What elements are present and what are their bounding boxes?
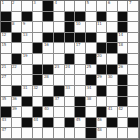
black-cell-r1c5 [43, 1, 54, 12]
cell-r13c5[interactable] [43, 128, 54, 139]
clue-number: 26 [118, 65, 123, 69]
cell-r5c5[interactable]: 16 [43, 43, 54, 54]
clue-number: 32 [33, 86, 38, 90]
cell-r2c11[interactable] [107, 12, 118, 23]
black-cell-r5c4 [33, 43, 44, 54]
cell-r10c6[interactable]: 37 [54, 97, 65, 108]
cell-r13c4[interactable] [33, 128, 44, 139]
black-cell-r4c2 [12, 33, 23, 44]
cell-r3c5[interactable] [43, 22, 54, 33]
cell-r2c4[interactable] [33, 12, 44, 23]
clue-number: 5 [86, 1, 88, 5]
cell-r5c8[interactable]: 17 [75, 43, 86, 54]
cell-r8c6[interactable] [54, 75, 65, 86]
cell-r11c6[interactable] [54, 107, 65, 118]
cell-r3c4[interactable] [33, 22, 44, 33]
clue-number: 23 [55, 65, 60, 69]
cell-r1c11[interactable]: 6 [107, 1, 118, 12]
cell-r1c10[interactable] [97, 1, 108, 12]
cell-r5c2[interactable] [12, 43, 23, 54]
cell-r1c6[interactable]: 4 [54, 1, 65, 12]
cell-r10c10[interactable] [97, 97, 108, 108]
cell-r9c7[interactable]: 33 [65, 86, 76, 97]
black-cell-r2c7 [65, 12, 76, 23]
clue-number: 46 [97, 118, 102, 122]
cell-r7c9[interactable]: 25 [86, 65, 97, 76]
clue-number: 8 [12, 22, 14, 26]
cell-r13c6[interactable] [54, 128, 65, 139]
cell-r11c2[interactable]: 39 [12, 107, 23, 118]
cell-r9c8[interactable] [75, 86, 86, 97]
clue-number: 12 [2, 33, 7, 37]
cell-r1c2[interactable]: 2 [12, 1, 23, 12]
black-cell-r4c9 [86, 33, 97, 44]
clue-number: 2 [12, 1, 14, 5]
clue-number: 40 [44, 107, 49, 111]
clue-number: 9 [23, 22, 25, 26]
black-cell-r12c11 [107, 118, 118, 129]
cell-r12c4[interactable]: 44 [33, 118, 44, 129]
clue-number: 27 [2, 75, 7, 79]
clue-number: 35 [2, 97, 7, 101]
black-cell-r4c11 [107, 33, 118, 44]
clue-number: 37 [55, 97, 60, 101]
clue-number: 28 [44, 75, 49, 79]
crossword-grid: 1234567891011121314151617181920212223242… [0, 0, 140, 140]
black-cell-r4c6 [54, 33, 65, 44]
clue-number: 48 [97, 128, 102, 132]
cell-r9c3[interactable]: 31 [22, 86, 33, 97]
cell-r11c13[interactable] [128, 107, 139, 118]
cell-r6c3[interactable]: 19 [22, 54, 33, 65]
cell-r13c10[interactable]: 48 [97, 128, 108, 139]
cell-r11c7[interactable] [65, 107, 76, 118]
cell-r2c9[interactable] [86, 12, 97, 23]
cell-r2c6[interactable] [54, 12, 65, 23]
cell-r13c7[interactable] [65, 128, 76, 139]
clue-number: 30 [108, 75, 113, 79]
clue-number: 7 [129, 1, 131, 5]
clue-number: 39 [12, 107, 17, 111]
cell-r3c8[interactable]: 10 [75, 22, 86, 33]
clue-number: 43 [2, 118, 7, 122]
cell-r6c10[interactable]: 20 [97, 54, 108, 65]
cell-r5c1[interactable]: 15 [1, 43, 12, 54]
clue-number: 44 [33, 118, 38, 122]
black-cell-r7c4 [33, 65, 44, 76]
cell-r13c2[interactable] [12, 128, 23, 139]
cell-r10c4[interactable] [33, 97, 44, 108]
cell-r6c5[interactable] [43, 54, 54, 65]
clue-number: 16 [44, 43, 49, 47]
clue-number: 47 [2, 128, 7, 132]
cell-r7c12[interactable]: 26 [118, 65, 129, 76]
cell-r9c13[interactable] [128, 86, 139, 97]
cell-r11c11[interactable]: 41 [107, 107, 118, 118]
cell-r9c1[interactable] [1, 86, 12, 97]
cell-r7c6[interactable]: 23 [54, 65, 65, 76]
cell-r5c12[interactable]: 18 [118, 43, 129, 54]
clue-number: 17 [76, 43, 81, 47]
cell-r10c7[interactable] [65, 97, 76, 108]
cell-r4c4[interactable] [33, 33, 44, 44]
clue-number: 10 [76, 22, 81, 26]
cell-r9c9[interactable]: 34 [86, 86, 97, 97]
cell-r6c8[interactable] [75, 54, 86, 65]
cell-r5c13[interactable] [128, 43, 139, 54]
black-cell-r8c12 [118, 75, 129, 86]
clue-number: 24 [65, 65, 70, 69]
black-cell-r3c7 [65, 22, 76, 33]
clue-number: 6 [108, 1, 110, 5]
clue-number: 33 [65, 86, 70, 90]
cell-r3c11[interactable] [107, 22, 118, 33]
clue-number: 36 [12, 97, 17, 101]
cell-r13c3[interactable] [22, 128, 33, 139]
clue-number: 29 [97, 75, 102, 79]
cell-r9c4[interactable]: 32 [33, 86, 44, 97]
cell-r3c6[interactable] [54, 22, 65, 33]
cell-r2c13[interactable] [128, 12, 139, 23]
clue-number: 11 [97, 22, 102, 26]
cell-r12c8[interactable]: 45 [75, 118, 86, 129]
cell-r10c13[interactable] [128, 97, 139, 108]
black-cell-r9c2 [12, 86, 23, 97]
clue-number: 3 [33, 1, 35, 5]
black-cell-r9c12 [118, 86, 129, 97]
cell-r11c3[interactable] [22, 107, 33, 118]
cell-r13c13[interactable] [128, 128, 139, 139]
cell-r8c1[interactable]: 27 [1, 75, 12, 86]
cell-r7c8[interactable] [75, 65, 86, 76]
clue-number: 45 [76, 118, 81, 122]
cell-r8c13[interactable] [128, 75, 139, 86]
cell-r12c2[interactable] [12, 118, 23, 129]
cell-r6c13[interactable] [128, 54, 139, 65]
cell-r12c12[interactable] [118, 118, 129, 129]
cell-r6c4[interactable] [33, 54, 44, 65]
clue-number: 13 [23, 33, 28, 37]
cell-r10c9[interactable]: 38 [86, 97, 97, 108]
clue-number: 25 [86, 65, 91, 69]
cell-r11c9[interactable] [86, 107, 97, 118]
black-cell-r10c3 [22, 97, 33, 108]
clue-number: 34 [86, 86, 91, 90]
cell-r9c5[interactable] [43, 86, 54, 97]
black-cell-r12c5 [43, 118, 54, 129]
clue-number: 18 [118, 43, 123, 47]
cell-r1c13[interactable]: 7 [128, 1, 139, 12]
cell-r5c9[interactable] [86, 43, 97, 54]
black-cell-r9c6 [54, 86, 65, 97]
cell-r9c11[interactable] [107, 86, 118, 97]
cell-r13c12[interactable] [118, 128, 129, 139]
clue-number: 15 [2, 43, 7, 47]
cell-r8c10[interactable]: 29 [97, 75, 108, 86]
cell-r8c11[interactable]: 30 [107, 75, 118, 86]
cell-r8c5[interactable]: 28 [43, 75, 54, 86]
cell-r1c3[interactable] [22, 1, 33, 12]
black-cell-r9c10 [97, 86, 108, 97]
clue-number: 21 [2, 65, 7, 69]
cell-r7c7[interactable]: 24 [65, 65, 76, 76]
clue-number: 19 [23, 54, 28, 58]
clue-number: 22 [12, 65, 17, 69]
cell-r8c2[interactable] [12, 75, 23, 86]
cell-r1c1[interactable]: 1 [1, 1, 12, 12]
cell-r1c9[interactable]: 5 [86, 1, 97, 12]
clue-number: 31 [23, 86, 28, 90]
cell-r13c11[interactable] [107, 128, 118, 139]
clue-number: 4 [55, 1, 57, 5]
cell-r8c8[interactable] [75, 75, 86, 86]
black-cell-r12c7 [65, 118, 76, 129]
clue-number: 42 [118, 107, 123, 111]
cell-r11c5[interactable]: 40 [43, 107, 54, 118]
cell-r1c8[interactable] [75, 1, 86, 12]
black-cell-r10c8 [75, 97, 86, 108]
cell-r3c9[interactable] [86, 22, 97, 33]
cell-r13c1[interactable]: 47 [1, 128, 12, 139]
cell-r1c12[interactable] [118, 1, 129, 12]
cell-r1c4[interactable]: 3 [33, 1, 44, 12]
cell-r10c1[interactable]: 35 [1, 97, 12, 108]
clue-number: 38 [86, 97, 91, 101]
cell-r3c10[interactable]: 11 [97, 22, 108, 33]
black-cell-r5c11 [107, 43, 118, 54]
black-cell-r2c5 [43, 12, 54, 23]
black-cell-r12c9 [86, 118, 97, 129]
black-cell-r2c1 [1, 12, 12, 23]
cell-r6c11[interactable] [107, 54, 118, 65]
black-cell-r4c7 [65, 33, 76, 44]
cell-r4c10[interactable] [97, 33, 108, 44]
clue-number: 14 [118, 33, 123, 37]
cell-r7c13[interactable] [128, 65, 139, 76]
cell-r5c6[interactable] [54, 43, 65, 54]
cell-r12c6[interactable] [54, 118, 65, 129]
clue-number: 41 [108, 107, 113, 111]
clue-number: 20 [97, 54, 102, 58]
cell-r4c3[interactable]: 13 [22, 33, 33, 44]
cell-r1c7[interactable] [65, 1, 76, 12]
clue-number: 1 [2, 1, 4, 5]
black-cell-r2c12 [118, 12, 129, 23]
cell-r7c2[interactable]: 22 [12, 65, 23, 76]
black-cell-r12c3 [22, 118, 33, 129]
cell-r5c7[interactable] [65, 43, 76, 54]
black-cell-r12c13 [128, 118, 139, 129]
cell-r3c2[interactable]: 8 [12, 22, 23, 33]
cell-r7c3[interactable] [22, 65, 33, 76]
cell-r11c12[interactable]: 42 [118, 107, 129, 118]
cell-r4c13[interactable] [128, 33, 139, 44]
cell-r3c13[interactable] [128, 22, 139, 33]
cell-r13c8[interactable] [75, 128, 86, 139]
black-cell-r13c9 [86, 128, 97, 139]
